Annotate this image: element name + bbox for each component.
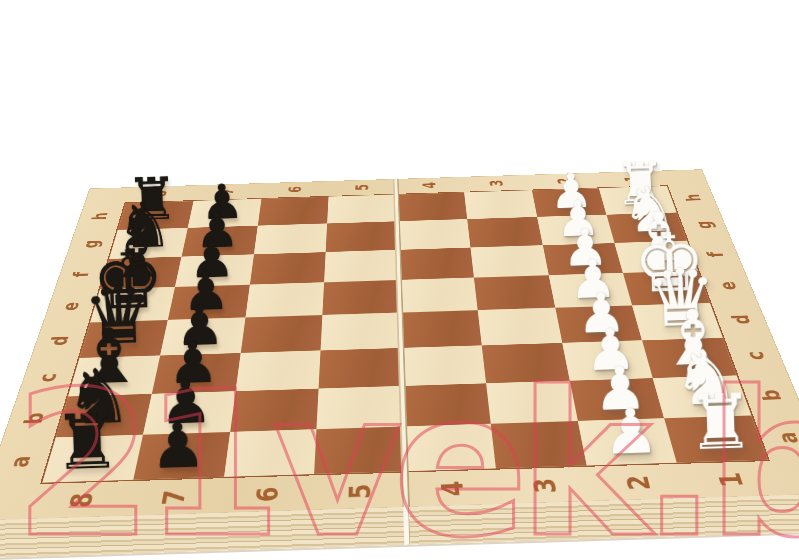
square-d8: ♛ [80,320,168,358]
square-c4 [401,345,486,385]
square-d5 [321,313,401,351]
square-e1: ♚ [623,271,710,306]
square-f5 [324,250,399,283]
square-d1: ♛ [632,303,722,340]
square-e8: ♚ [90,287,175,322]
square-f4 [398,247,474,280]
square-g8: ♞ [109,228,187,259]
square-d3 [477,308,561,345]
square-d6 [240,315,322,353]
product-photo-scene: 87654321 87654321 hgfedcba hgfedcba ♜♟♟♜… [0,0,799,560]
square-g7: ♟ [181,226,257,257]
square-e3 [474,275,555,310]
square-h2: ♟ [532,188,607,217]
square-f6 [250,252,326,285]
square-b7: ♟ [143,391,235,435]
square-h6 [257,197,328,226]
square-g5 [326,221,398,252]
square-c6 [235,350,320,391]
square-a7: ♟ [133,432,230,480]
square-g3 [467,217,542,248]
square-h5 [327,195,397,224]
square-f1: ♝ [615,241,698,273]
square-b3 [486,380,578,423]
square-b8: ♞ [56,394,152,438]
square-g2: ♟ [537,215,615,245]
square-a3 [491,421,587,468]
square-e4 [399,278,477,313]
square-a6 [224,429,317,476]
square-d7: ♟ [160,318,245,356]
square-e7: ♟ [168,285,250,320]
square-c7: ♟ [152,353,241,394]
square-f2: ♟ [542,243,623,276]
square-a1: ♜ [664,416,767,463]
square-g6 [254,223,328,254]
square-h8: ♜ [118,201,194,230]
square-c2: ♟ [562,340,653,380]
chess-board: 87654321 87654321 hgfedcba hgfedcba ♜♟♟♜… [0,169,799,521]
front-edge-seam [403,507,410,545]
board-tilt-group: 87654321 87654321 hgfedcba hgfedcba ♜♟♟♜… [0,0,799,560]
square-d4 [400,310,481,348]
square-b4 [402,383,490,427]
square-h4 [396,192,467,221]
square-b2: ♟ [569,378,664,421]
square-c8: ♝ [68,355,160,396]
square-b5 [317,386,404,430]
square-g1: ♞ [607,212,687,242]
square-g4 [397,219,470,250]
square-f8: ♝ [100,256,181,289]
square-b1: ♞ [653,375,751,418]
square-c5 [319,348,403,388]
square-e6 [245,282,324,317]
square-f7: ♟ [175,254,254,287]
square-c1: ♝ [642,338,736,378]
square-e5 [323,280,400,315]
square-a5 [314,427,405,474]
square-a8: ♜ [42,435,142,483]
square-h7: ♟ [188,199,261,228]
square-h3 [464,190,537,219]
square-d2: ♟ [555,305,642,342]
square-b6 [230,388,319,432]
square-h1: ♜ [599,186,676,215]
square-e2: ♟ [548,273,632,308]
square-a2: ♟ [577,418,676,465]
square-a4 [404,424,496,471]
square-f3 [470,245,548,278]
square-c3 [482,343,570,383]
